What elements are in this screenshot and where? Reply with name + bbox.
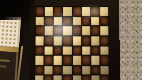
square-r8c2-dark — [44, 76, 52, 80]
square-r4c8-dark — [100, 36, 108, 45]
square-r5c3-dark — [54, 46, 62, 55]
square-r1c7-dark — [91, 7, 99, 16]
square-r6c3-light — [54, 56, 62, 65]
square-r6c8-dark — [100, 56, 108, 65]
square-r3c5-dark — [72, 26, 80, 35]
square-r2c4-dark — [63, 17, 71, 26]
square-r8c1-light — [35, 76, 43, 80]
square-r3c8-light — [100, 26, 108, 35]
box-label-text-mark — [0, 65, 7, 68]
square-r3c2-light — [45, 26, 53, 35]
square-r8c5-light — [72, 76, 80, 80]
square-r7c2-light — [45, 66, 53, 75]
square-r8c4-dark — [63, 76, 71, 80]
square-r6c2-dark — [45, 56, 53, 65]
square-r7c7-dark — [91, 66, 99, 75]
square-r1c1-dark — [36, 7, 44, 16]
square-r1c5-dark — [72, 7, 80, 16]
chessboard — [29, 0, 120, 80]
square-r2c5-light — [72, 17, 80, 26]
square-r6c7-light — [91, 56, 99, 65]
square-r5c6-light — [82, 46, 90, 55]
square-r7c1-dark — [35, 66, 43, 75]
square-r5c2-light — [45, 46, 53, 55]
square-r5c5-dark — [72, 46, 80, 55]
box-cover-dotted-pattern — [0, 16, 21, 48]
square-r5c8-light — [100, 46, 108, 55]
square-r1c8-light — [100, 7, 108, 16]
square-r7c4-light — [63, 66, 71, 75]
square-r7c5-dark — [72, 66, 80, 75]
square-r8c8-dark — [100, 76, 108, 80]
square-r8c3-light — [54, 76, 62, 80]
square-r8c7-light — [91, 76, 99, 80]
square-r5c4-light — [63, 46, 71, 55]
square-r5c7-dark — [91, 46, 99, 55]
square-r4c6-dark — [82, 36, 90, 45]
square-r3c6-light — [82, 26, 90, 35]
square-r6c6-dark — [82, 56, 90, 65]
square-r2c2-dark — [45, 17, 53, 26]
square-r1c2-light — [45, 7, 53, 16]
square-r6c5-light — [72, 56, 80, 65]
square-r6c1-light — [35, 56, 43, 65]
square-r3c3-dark — [54, 26, 62, 35]
square-r2c8-dark — [100, 17, 108, 26]
square-r3c7-dark — [91, 26, 99, 35]
square-r2c1-light — [36, 17, 44, 26]
square-r3c4-light — [63, 26, 71, 35]
square-r1c3-dark — [54, 7, 62, 16]
square-r1c6-light — [82, 7, 90, 16]
square-r4c1-light — [36, 36, 44, 45]
box-label-panel — [0, 51, 19, 80]
square-r2c3-light — [54, 17, 62, 26]
square-r7c3-dark — [54, 66, 62, 75]
square-r4c5-light — [72, 36, 80, 45]
photo-scene — [0, 0, 142, 80]
square-r7c8-light — [100, 66, 108, 75]
square-r4c7-light — [91, 36, 99, 45]
square-r4c2-dark — [45, 36, 53, 45]
square-r4c3-light — [54, 36, 62, 45]
square-r3c1-dark — [36, 26, 44, 35]
box-label-text-mark — [0, 59, 10, 62]
square-r2c6-dark — [82, 17, 90, 26]
square-r1c4-light — [63, 7, 71, 16]
square-r4c4-dark — [63, 36, 71, 45]
board-grid — [34, 6, 110, 80]
square-r8c6-dark — [82, 76, 90, 80]
square-r6c4-dark — [63, 56, 71, 65]
square-r2c7-light — [91, 17, 99, 26]
square-r5c1-dark — [35, 46, 43, 55]
square-r7c6-light — [82, 66, 90, 75]
